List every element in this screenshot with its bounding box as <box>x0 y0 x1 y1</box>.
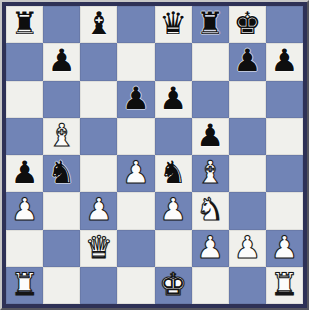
piece-black-pawn[interactable]: ♟ <box>271 45 299 76</box>
square-a2[interactable] <box>6 230 43 267</box>
square-e7[interactable] <box>155 43 192 80</box>
square-d1[interactable] <box>117 267 154 304</box>
piece-black-king[interactable]: ♚ <box>233 8 261 39</box>
square-e3[interactable]: ♟ <box>155 192 192 229</box>
square-b8[interactable] <box>43 6 80 43</box>
piece-white-pawn[interactable]: ♟ <box>271 232 299 263</box>
square-g7[interactable]: ♟ <box>229 43 266 80</box>
square-a3[interactable]: ♟ <box>6 192 43 229</box>
square-a7[interactable] <box>6 43 43 80</box>
square-g1[interactable] <box>229 267 266 304</box>
piece-black-pawn[interactable]: ♟ <box>233 45 261 76</box>
square-e8[interactable]: ♛ <box>155 6 192 43</box>
square-d7[interactable] <box>117 43 154 80</box>
square-f7[interactable] <box>192 43 229 80</box>
square-f5[interactable]: ♟ <box>192 118 229 155</box>
square-c1[interactable] <box>80 267 117 304</box>
piece-black-knight[interactable]: ♞ <box>159 157 187 188</box>
piece-white-rook[interactable]: ♜ <box>11 269 39 300</box>
square-h6[interactable] <box>266 81 303 118</box>
piece-black-knight[interactable]: ♞ <box>48 157 76 188</box>
piece-white-pawn[interactable]: ♟ <box>122 157 150 188</box>
square-d5[interactable] <box>117 118 154 155</box>
piece-black-pawn[interactable]: ♟ <box>159 83 187 114</box>
square-a8[interactable]: ♜ <box>6 6 43 43</box>
piece-white-rook[interactable]: ♜ <box>271 269 299 300</box>
piece-black-pawn[interactable]: ♟ <box>122 83 150 114</box>
square-h3[interactable] <box>266 192 303 229</box>
square-f4[interactable]: ♝ <box>192 155 229 192</box>
square-c7[interactable] <box>80 43 117 80</box>
piece-black-pawn[interactable]: ♟ <box>48 45 76 76</box>
square-d2[interactable] <box>117 230 154 267</box>
square-c8[interactable]: ♝ <box>80 6 117 43</box>
square-c4[interactable] <box>80 155 117 192</box>
piece-black-rook[interactable]: ♜ <box>11 8 39 39</box>
square-d6[interactable]: ♟ <box>117 81 154 118</box>
square-b7[interactable]: ♟ <box>43 43 80 80</box>
square-g6[interactable] <box>229 81 266 118</box>
square-a4[interactable]: ♟ <box>6 155 43 192</box>
square-b2[interactable] <box>43 230 80 267</box>
square-a6[interactable] <box>6 81 43 118</box>
square-c5[interactable] <box>80 118 117 155</box>
square-b3[interactable] <box>43 192 80 229</box>
piece-white-pawn[interactable]: ♟ <box>196 232 224 263</box>
board-frame: ♜♝♛♜♚♟♟♟♟♟♝♟♟♞♟♞♝♟♟♟♞♛♟♟♟♜♚♜ <box>0 0 309 310</box>
square-b1[interactable] <box>43 267 80 304</box>
square-c3[interactable]: ♟ <box>80 192 117 229</box>
piece-white-queen[interactable]: ♛ <box>85 232 113 263</box>
piece-white-pawn[interactable]: ♟ <box>85 194 113 225</box>
square-g3[interactable] <box>229 192 266 229</box>
piece-black-rook[interactable]: ♜ <box>196 8 224 39</box>
piece-white-king[interactable]: ♚ <box>159 269 187 300</box>
piece-white-pawn[interactable]: ♟ <box>11 194 39 225</box>
piece-white-knight[interactable]: ♞ <box>196 194 224 225</box>
chess-board: ♜♝♛♜♚♟♟♟♟♟♝♟♟♞♟♞♝♟♟♟♞♛♟♟♟♜♚♜ <box>6 6 303 304</box>
square-d4[interactable]: ♟ <box>117 155 154 192</box>
square-a1[interactable]: ♜ <box>6 267 43 304</box>
square-b5[interactable]: ♝ <box>43 118 80 155</box>
square-g8[interactable]: ♚ <box>229 6 266 43</box>
square-h5[interactable] <box>266 118 303 155</box>
piece-white-pawn[interactable]: ♟ <box>233 232 261 263</box>
square-g5[interactable] <box>229 118 266 155</box>
square-g2[interactable]: ♟ <box>229 230 266 267</box>
piece-black-bishop[interactable]: ♝ <box>85 8 113 39</box>
square-b6[interactable] <box>43 81 80 118</box>
square-d8[interactable] <box>117 6 154 43</box>
square-c2[interactable]: ♛ <box>80 230 117 267</box>
piece-black-pawn[interactable]: ♟ <box>196 120 224 151</box>
square-e6[interactable]: ♟ <box>155 81 192 118</box>
square-e1[interactable]: ♚ <box>155 267 192 304</box>
piece-white-bishop[interactable]: ♝ <box>196 157 224 188</box>
square-c6[interactable] <box>80 81 117 118</box>
square-h2[interactable]: ♟ <box>266 230 303 267</box>
square-d3[interactable] <box>117 192 154 229</box>
square-h1[interactable]: ♜ <box>266 267 303 304</box>
square-f3[interactable]: ♞ <box>192 192 229 229</box>
square-f1[interactable] <box>192 267 229 304</box>
square-e2[interactable] <box>155 230 192 267</box>
piece-white-pawn[interactable]: ♟ <box>159 194 187 225</box>
square-a5[interactable] <box>6 118 43 155</box>
square-h4[interactable] <box>266 155 303 192</box>
square-h7[interactable]: ♟ <box>266 43 303 80</box>
piece-black-pawn[interactable]: ♟ <box>11 157 39 188</box>
square-b4[interactable]: ♞ <box>43 155 80 192</box>
square-e5[interactable] <box>155 118 192 155</box>
square-e4[interactable]: ♞ <box>155 155 192 192</box>
square-h8[interactable] <box>266 6 303 43</box>
square-f6[interactable] <box>192 81 229 118</box>
square-g4[interactable] <box>229 155 266 192</box>
square-f2[interactable]: ♟ <box>192 230 229 267</box>
square-f8[interactable]: ♜ <box>192 6 229 43</box>
piece-white-bishop[interactable]: ♝ <box>48 120 76 151</box>
piece-black-queen[interactable]: ♛ <box>159 8 187 39</box>
